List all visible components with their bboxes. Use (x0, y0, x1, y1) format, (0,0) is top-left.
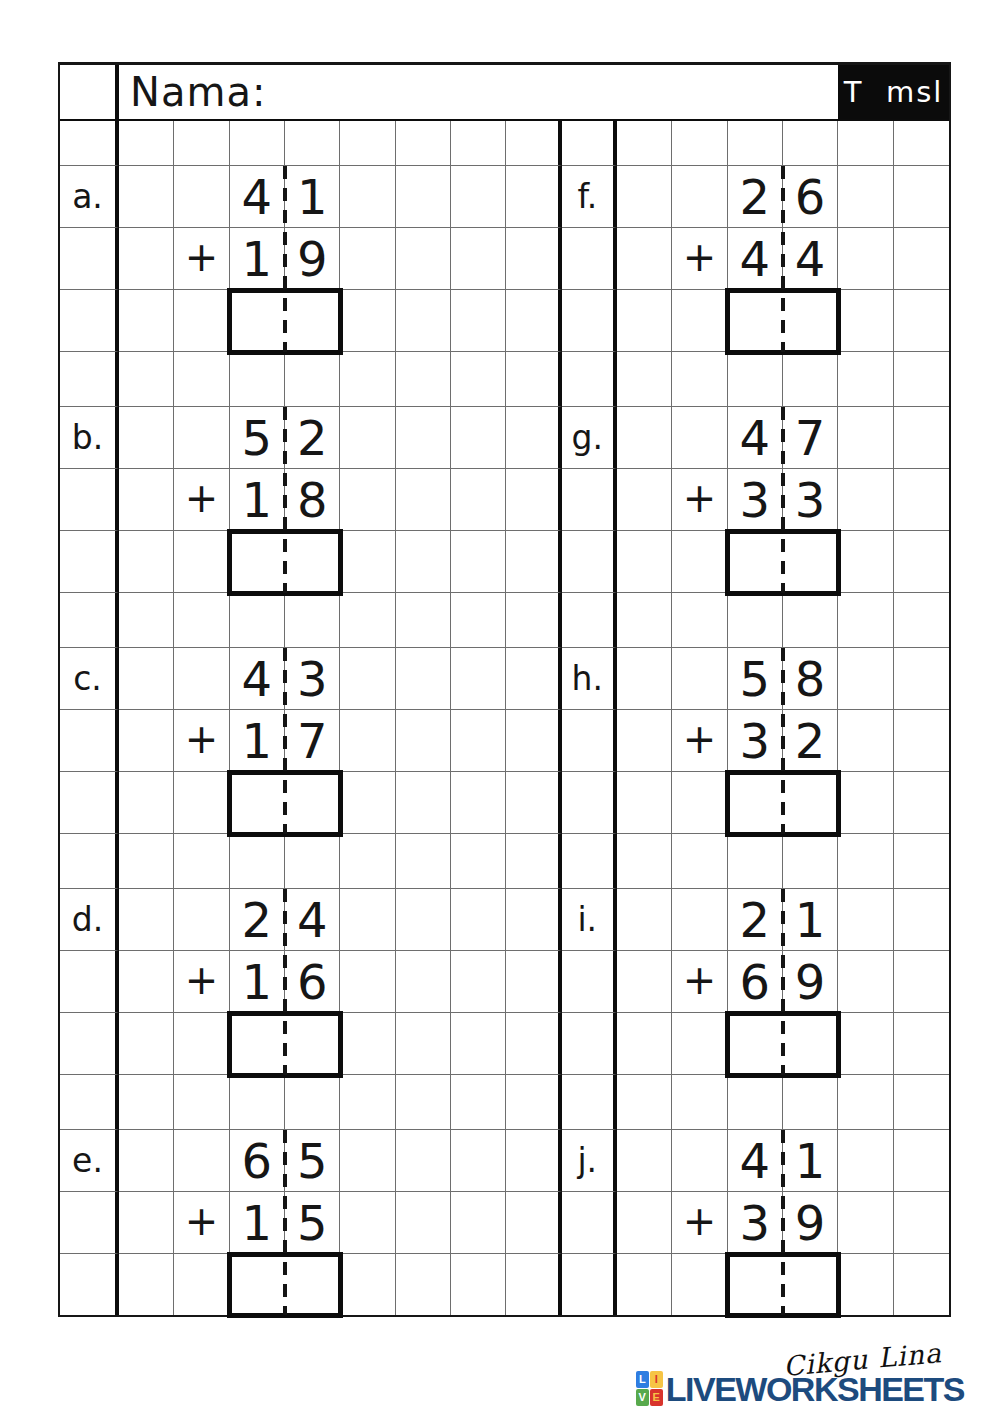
grid-cell (617, 772, 672, 834)
grid-cell (396, 1130, 451, 1192)
problem-e-top-tens: 6 (230, 1130, 285, 1192)
grid-cell (174, 407, 229, 469)
grid-cell (285, 121, 340, 166)
grid-cell (838, 772, 893, 834)
plus-sign: + (672, 951, 727, 1013)
grid-cell (451, 1130, 506, 1192)
grid-cell (506, 710, 561, 772)
grid-cell (396, 648, 451, 710)
problem-i-bottom-ones: 9 (783, 951, 838, 1013)
grid-cell (285, 352, 340, 407)
grid-cell (617, 834, 672, 889)
grid-cell (396, 1254, 451, 1315)
grid-cell (506, 228, 561, 290)
problem-f-label: f. (562, 166, 617, 228)
grid-cell (617, 889, 672, 951)
grid-cell (60, 1075, 119, 1130)
plus-sign: + (174, 1192, 229, 1254)
grid-cell (451, 531, 506, 593)
grid-cell (285, 593, 340, 648)
grid-cell (119, 290, 174, 352)
grid-cell (562, 228, 617, 290)
grid-cell (396, 951, 451, 1013)
grid-cell (506, 407, 561, 469)
grid-cell (506, 834, 561, 889)
grid-cell (396, 407, 451, 469)
grid-cell (838, 352, 893, 407)
grid-cell (119, 1192, 174, 1254)
grid-cell (340, 951, 395, 1013)
grid-cell (838, 1075, 893, 1130)
grid-cell (838, 407, 893, 469)
problem-a-bottom-ones: 9 (285, 228, 340, 290)
grid-cell (617, 469, 672, 531)
problem-j-label: j. (562, 1130, 617, 1192)
grid-cell (506, 593, 561, 648)
problem-a-top-tens: 4 (230, 166, 285, 228)
grid-cell (838, 166, 893, 228)
grid-cell (728, 1075, 783, 1130)
grid-cell (60, 228, 119, 290)
grid-cell (617, 166, 672, 228)
grid-cell (451, 290, 506, 352)
grid-cell (894, 166, 949, 228)
plus-sign: + (672, 710, 727, 772)
grid-cell (60, 469, 119, 531)
problem-i-bottom-tens: 6 (728, 951, 783, 1013)
grid-cell (396, 1013, 451, 1075)
problem-b-bottom-ones: 8 (285, 469, 340, 531)
place-value-divider (283, 889, 287, 1075)
grid-cell (838, 1254, 893, 1315)
grid-cell (728, 352, 783, 407)
grid-cell (894, 121, 949, 166)
grid-cell (60, 531, 119, 593)
grid-cell (119, 228, 174, 290)
grid-cell (672, 834, 727, 889)
problem-i-top-ones: 1 (783, 889, 838, 951)
grid-cell (174, 121, 229, 166)
grid-cell (894, 772, 949, 834)
grid-cell (672, 352, 727, 407)
grid-cell (838, 593, 893, 648)
grid-cell (230, 121, 285, 166)
grid-cell (396, 593, 451, 648)
problem-e-bottom-ones: 5 (285, 1192, 340, 1254)
grid-cell (119, 469, 174, 531)
grid-cell (672, 889, 727, 951)
grid-cell (340, 834, 395, 889)
plus-sign: + (174, 469, 229, 531)
grid-cell (506, 1254, 561, 1315)
grid-cell (174, 648, 229, 710)
problem-d-bottom-tens: 1 (230, 951, 285, 1013)
grid-cell (562, 772, 617, 834)
grid-cell (562, 1192, 617, 1254)
grid-cell (783, 593, 838, 648)
grid-cell (451, 772, 506, 834)
grid-cell (396, 531, 451, 593)
grid-cell (119, 531, 174, 593)
grid-cell (506, 772, 561, 834)
place-value-divider (283, 1130, 287, 1315)
grid-cell (340, 290, 395, 352)
grid-cell (119, 834, 174, 889)
grid-cell (60, 834, 119, 889)
grid-cell (894, 834, 949, 889)
grid-cell (783, 1075, 838, 1130)
grid-cell (340, 648, 395, 710)
grid-cell (506, 648, 561, 710)
place-value-divider (283, 407, 287, 593)
grid-cell (838, 469, 893, 531)
problem-h-top-tens: 5 (728, 648, 783, 710)
grid-cell (617, 121, 672, 166)
grid-cell (894, 1254, 949, 1315)
grid-cell (672, 531, 727, 593)
plus-sign: + (174, 710, 229, 772)
grid-cell (174, 531, 229, 593)
grid-cell (672, 290, 727, 352)
problem-a-label: a. (60, 166, 119, 228)
grid-cell (60, 290, 119, 352)
grid-cell (340, 1075, 395, 1130)
grid-cell (119, 710, 174, 772)
grid-cell (230, 352, 285, 407)
grid-cell (562, 1013, 617, 1075)
worksheet-tag: T msl (838, 65, 949, 121)
grid-cell (838, 1130, 893, 1192)
grid-cell (340, 1254, 395, 1315)
grid-cell (340, 352, 395, 407)
place-value-divider (283, 648, 287, 834)
grid-cell (119, 648, 174, 710)
grid-cell (894, 407, 949, 469)
grid-cell (506, 531, 561, 593)
grid-cell (838, 228, 893, 290)
grid-cell (119, 772, 174, 834)
grid-cell (728, 593, 783, 648)
problem-c-bottom-tens: 1 (230, 710, 285, 772)
grid-cell (617, 407, 672, 469)
problem-h-label: h. (562, 648, 617, 710)
grid-cell (451, 889, 506, 951)
problem-c-top-ones: 3 (285, 648, 340, 710)
grid-cell (340, 772, 395, 834)
place-value-divider (781, 889, 785, 1075)
grid-cell (838, 531, 893, 593)
problem-j-top-tens: 4 (728, 1130, 783, 1192)
place-value-divider (781, 1130, 785, 1315)
plus-sign: + (672, 1192, 727, 1254)
grid-cell (60, 1013, 119, 1075)
grid-cell (340, 469, 395, 531)
logo-tile-l: L (636, 1371, 649, 1388)
problem-h-top-ones: 8 (783, 648, 838, 710)
grid-cell (562, 1254, 617, 1315)
grid-cell (617, 951, 672, 1013)
name-field[interactable]: Nama: (119, 65, 838, 121)
problem-c-label: c. (60, 648, 119, 710)
name-label: Nama: (130, 69, 266, 115)
grid-cell (451, 1013, 506, 1075)
problem-d-top-ones: 4 (285, 889, 340, 951)
grid-cell (396, 772, 451, 834)
place-value-divider (283, 166, 287, 352)
grid-cell (451, 469, 506, 531)
problem-i-label: i. (562, 889, 617, 951)
problem-h-bottom-tens: 3 (728, 710, 783, 772)
grid-cell (838, 889, 893, 951)
grid-cell (451, 834, 506, 889)
grid-cell (894, 951, 949, 1013)
grid-cell (60, 352, 119, 407)
problem-b-bottom-tens: 1 (230, 469, 285, 531)
grid-cell (174, 1254, 229, 1315)
grid-cell (617, 593, 672, 648)
grid-cell (838, 648, 893, 710)
grid-cell (894, 352, 949, 407)
grid-cell (617, 1130, 672, 1192)
grid-cell (451, 166, 506, 228)
grid-cell (894, 469, 949, 531)
grid-cell (838, 121, 893, 166)
grid-cell (506, 1013, 561, 1075)
grid-cell (119, 1254, 174, 1315)
grid-cell (672, 1254, 727, 1315)
problem-g-top-ones: 7 (783, 407, 838, 469)
grid-cell (894, 1192, 949, 1254)
grid-cell (60, 1192, 119, 1254)
plus-sign: + (174, 228, 229, 290)
problem-f-top-tens: 2 (728, 166, 783, 228)
grid-cell (672, 407, 727, 469)
grid-cell (174, 593, 229, 648)
grid-cell (562, 469, 617, 531)
grid-cell (119, 352, 174, 407)
grid-cell (617, 290, 672, 352)
grid-cell (894, 290, 949, 352)
problem-e-top-ones: 5 (285, 1130, 340, 1192)
problem-f-top-ones: 6 (783, 166, 838, 228)
plus-sign: + (672, 228, 727, 290)
grid-cell (174, 1130, 229, 1192)
problem-j-bottom-ones: 9 (783, 1192, 838, 1254)
grid-cell (506, 166, 561, 228)
place-value-divider (781, 407, 785, 593)
grid-cell (60, 593, 119, 648)
grid-cell (451, 1254, 506, 1315)
grid-cell (396, 228, 451, 290)
problem-g-label: g. (562, 407, 617, 469)
grid-cell (451, 1075, 506, 1130)
plus-sign: + (174, 951, 229, 1013)
grid-cell (728, 834, 783, 889)
grid-cell (617, 1013, 672, 1075)
grid-cell (672, 121, 727, 166)
grid-cell (838, 1192, 893, 1254)
grid-cell (617, 1192, 672, 1254)
grid-cell (672, 1013, 727, 1075)
grid-cell (506, 290, 561, 352)
grid-cell (562, 834, 617, 889)
grid-cell (728, 121, 783, 166)
problem-h-bottom-ones: 2 (783, 710, 838, 772)
place-value-divider (781, 166, 785, 352)
grid-cell (672, 648, 727, 710)
problem-e-bottom-tens: 1 (230, 1192, 285, 1254)
grid-cell (119, 166, 174, 228)
grid-cell (60, 121, 119, 166)
grid-cell (672, 166, 727, 228)
grid-cell (119, 1013, 174, 1075)
grid-cell (783, 352, 838, 407)
grid-cell (396, 889, 451, 951)
grid-cell (340, 166, 395, 228)
problem-d-label: d. (60, 889, 119, 951)
grid-cell (894, 531, 949, 593)
grid-cell (617, 228, 672, 290)
grid-cell (672, 1130, 727, 1192)
grid-cell (562, 531, 617, 593)
problem-b-label: b. (60, 407, 119, 469)
grid-cell (396, 1192, 451, 1254)
grid-cell (340, 1013, 395, 1075)
grid-cell (230, 593, 285, 648)
grid-cell (340, 710, 395, 772)
grid-cell (562, 710, 617, 772)
grid-cell (451, 407, 506, 469)
grid-cell (340, 121, 395, 166)
grid-cell (672, 772, 727, 834)
grid-cell (617, 352, 672, 407)
grid-cell (562, 290, 617, 352)
grid-cell (562, 352, 617, 407)
grid-cell (894, 1130, 949, 1192)
grid-cell (506, 1075, 561, 1130)
grid-cell (617, 531, 672, 593)
grid-cell (894, 1075, 949, 1130)
logo-tiles-icon: LIVE (636, 1371, 663, 1406)
grid-cell (396, 834, 451, 889)
problem-b-top-ones: 2 (285, 407, 340, 469)
grid-cell (396, 1075, 451, 1130)
grid-cell (174, 1013, 229, 1075)
grid-cell (340, 889, 395, 951)
grid-cell (838, 710, 893, 772)
grid-cell (617, 710, 672, 772)
grid-cell (119, 889, 174, 951)
grid-cell (562, 593, 617, 648)
grid-cell (506, 121, 561, 166)
grid-cell (451, 710, 506, 772)
grid-cell (174, 772, 229, 834)
grid-cell (451, 352, 506, 407)
grid-cell (783, 834, 838, 889)
grid-cell (451, 648, 506, 710)
place-value-divider (781, 648, 785, 834)
grid-cell (396, 121, 451, 166)
grid-cell (894, 710, 949, 772)
grid-cell (506, 889, 561, 951)
grid-cell (506, 1192, 561, 1254)
logo-tile-i: I (650, 1371, 663, 1388)
grid-cell (506, 951, 561, 1013)
grid-cell (672, 593, 727, 648)
problem-g-top-tens: 4 (728, 407, 783, 469)
grid-cell (451, 121, 506, 166)
grid-cell (506, 352, 561, 407)
grid-cell (60, 1254, 119, 1315)
grid-cell (60, 710, 119, 772)
header-corner-cell (60, 65, 119, 121)
plus-sign: + (672, 469, 727, 531)
problem-c-top-tens: 4 (230, 648, 285, 710)
grid-cell (340, 228, 395, 290)
grid-cell (340, 531, 395, 593)
grid-cell (174, 290, 229, 352)
grid-cell (174, 1075, 229, 1130)
grid-cell (119, 407, 174, 469)
grid-cell (838, 951, 893, 1013)
grid-cell (894, 228, 949, 290)
grid-cell (285, 834, 340, 889)
grid-cell (174, 889, 229, 951)
problem-c-bottom-ones: 7 (285, 710, 340, 772)
problem-a-bottom-tens: 1 (230, 228, 285, 290)
grid-cell (451, 593, 506, 648)
problem-d-bottom-ones: 6 (285, 951, 340, 1013)
grid-cell (838, 834, 893, 889)
problem-j-bottom-tens: 3 (728, 1192, 783, 1254)
grid-cell (672, 1075, 727, 1130)
problem-g-bottom-ones: 3 (783, 469, 838, 531)
grid-cell (562, 121, 617, 166)
grid-cell (838, 1013, 893, 1075)
grid-cell (451, 951, 506, 1013)
worksheet-grid: Nama: T msl a.41f.26+19+44b.52g.47+18+33… (58, 62, 951, 1317)
grid-cell (506, 469, 561, 531)
grid-cell (174, 166, 229, 228)
grid-cell (894, 889, 949, 951)
grid-cell (340, 1192, 395, 1254)
grid-cell (119, 1075, 174, 1130)
grid-cell (119, 593, 174, 648)
problem-i-top-tens: 2 (728, 889, 783, 951)
grid-cell (562, 1075, 617, 1130)
grid-cell (451, 1192, 506, 1254)
grid-cell (617, 1254, 672, 1315)
grid-cell (894, 593, 949, 648)
grid-cell (396, 290, 451, 352)
grid-cell (396, 469, 451, 531)
grid-cell (60, 951, 119, 1013)
problem-j-top-ones: 1 (783, 1130, 838, 1192)
problem-d-top-tens: 2 (230, 889, 285, 951)
grid-cell (451, 228, 506, 290)
logo-tile-v: V (636, 1389, 649, 1406)
grid-cell (894, 648, 949, 710)
grid-cell (340, 407, 395, 469)
grid-cell (838, 290, 893, 352)
grid-cell (617, 648, 672, 710)
grid-cell (285, 1075, 340, 1130)
grid-cell (396, 352, 451, 407)
grid-cell (396, 710, 451, 772)
grid-cell (396, 166, 451, 228)
grid-cell (340, 1130, 395, 1192)
logo-tile-e: E (650, 1389, 663, 1406)
